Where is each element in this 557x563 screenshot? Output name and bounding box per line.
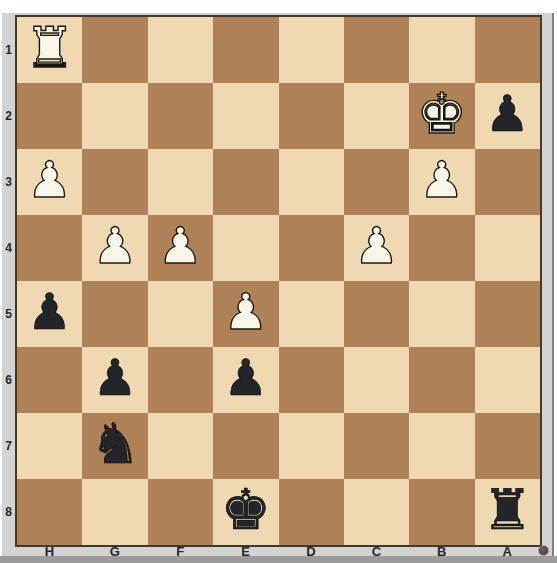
square-g6[interactable]: ♟ — [82, 347, 147, 413]
file-label-c: C — [344, 545, 409, 557]
file-label-e: E — [213, 545, 278, 557]
square-f3[interactable] — [148, 149, 213, 215]
square-d2[interactable] — [279, 83, 344, 149]
square-e4[interactable] — [213, 215, 278, 281]
square-f7[interactable] — [148, 413, 213, 479]
file-label-b: B — [409, 545, 474, 557]
rank-label-4: 4 — [2, 215, 15, 281]
square-e1[interactable] — [213, 17, 278, 83]
square-h1[interactable]: ♜ — [17, 17, 82, 83]
chess-board: ♜♚♟♟♟♟♟♟♟♟♟♟♞♚♜ — [15, 15, 542, 547]
frame-bottom-shadow — [0, 556, 557, 563]
square-e2[interactable] — [213, 83, 278, 149]
square-d5[interactable] — [279, 281, 344, 347]
black-pawn-a2: ♟ — [485, 89, 530, 139]
square-b4[interactable] — [409, 215, 474, 281]
square-h3[interactable]: ♟ — [17, 149, 82, 215]
square-g3[interactable] — [82, 149, 147, 215]
square-e7[interactable] — [213, 413, 278, 479]
rank-label-2: 2 — [2, 83, 15, 149]
square-b5[interactable] — [409, 281, 474, 347]
file-label-d: D — [279, 545, 344, 557]
square-c5[interactable] — [344, 281, 409, 347]
square-f6[interactable] — [148, 347, 213, 413]
square-a4[interactable] — [475, 215, 540, 281]
black-pawn-e6: ♟ — [223, 353, 268, 403]
square-b8[interactable] — [409, 479, 474, 545]
square-a7[interactable] — [475, 413, 540, 479]
square-d7[interactable] — [279, 413, 344, 479]
square-a5[interactable] — [475, 281, 540, 347]
square-c6[interactable] — [344, 347, 409, 413]
square-a6[interactable] — [475, 347, 540, 413]
square-a8[interactable]: ♜ — [475, 479, 540, 545]
square-h7[interactable] — [17, 413, 82, 479]
square-f8[interactable] — [148, 479, 213, 545]
file-label-f: F — [148, 545, 213, 557]
rank-label-5: 5 — [2, 281, 15, 347]
rank-label-1: 1 — [2, 17, 15, 83]
square-g4[interactable]: ♟ — [82, 215, 147, 281]
square-f5[interactable] — [148, 281, 213, 347]
square-f1[interactable] — [148, 17, 213, 83]
square-h2[interactable] — [17, 83, 82, 149]
square-g5[interactable] — [82, 281, 147, 347]
white-rook-h1: ♜ — [25, 20, 75, 76]
square-c4[interactable]: ♟ — [344, 215, 409, 281]
square-c8[interactable] — [344, 479, 409, 545]
square-d6[interactable] — [279, 347, 344, 413]
square-a3[interactable] — [475, 149, 540, 215]
white-pawn-g4: ♟ — [93, 221, 138, 271]
square-d8[interactable] — [279, 479, 344, 545]
black-king-e8: ♚ — [221, 482, 271, 538]
square-d1[interactable] — [279, 17, 344, 83]
square-g8[interactable] — [82, 479, 147, 545]
corner-dot-icon — [538, 545, 549, 556]
rank-label-3: 3 — [2, 149, 15, 215]
white-pawn-c4: ♟ — [354, 221, 399, 271]
black-pawn-g6: ♟ — [93, 353, 138, 403]
white-pawn-h3: ♟ — [27, 155, 72, 205]
square-d4[interactable] — [279, 215, 344, 281]
square-g1[interactable] — [82, 17, 147, 83]
file-label-h: H — [17, 545, 82, 557]
chess-diagram: ♜♚♟♟♟♟♟♟♟♟♟♟♞♚♜ 12345678 HGFEDCBA — [0, 0, 557, 563]
rank-label-8: 8 — [2, 479, 15, 545]
square-b1[interactable] — [409, 17, 474, 83]
square-h8[interactable] — [17, 479, 82, 545]
square-c2[interactable] — [344, 83, 409, 149]
white-king-b2: ♚ — [417, 86, 467, 142]
black-pawn-h5: ♟ — [27, 287, 72, 337]
square-a2[interactable]: ♟ — [475, 83, 540, 149]
square-d3[interactable] — [279, 149, 344, 215]
square-b3[interactable]: ♟ — [409, 149, 474, 215]
square-g7[interactable]: ♞ — [82, 413, 147, 479]
file-label-a: A — [475, 545, 540, 557]
square-h5[interactable]: ♟ — [17, 281, 82, 347]
square-c1[interactable] — [344, 17, 409, 83]
file-label-g: G — [82, 545, 147, 557]
rank-label-6: 6 — [2, 347, 15, 413]
square-e8[interactable]: ♚ — [213, 479, 278, 545]
square-h4[interactable] — [17, 215, 82, 281]
square-b7[interactable] — [409, 413, 474, 479]
black-knight-g7: ♞ — [90, 416, 140, 472]
square-c3[interactable] — [344, 149, 409, 215]
square-a1[interactable] — [475, 17, 540, 83]
square-b6[interactable] — [409, 347, 474, 413]
square-e3[interactable] — [213, 149, 278, 215]
white-pawn-f4: ♟ — [158, 221, 203, 271]
rank-label-7: 7 — [2, 413, 15, 479]
square-e5[interactable]: ♟ — [213, 281, 278, 347]
square-f2[interactable] — [148, 83, 213, 149]
white-pawn-e5: ♟ — [223, 287, 268, 337]
white-pawn-b3: ♟ — [420, 155, 465, 205]
square-h6[interactable] — [17, 347, 82, 413]
square-e6[interactable]: ♟ — [213, 347, 278, 413]
square-c7[interactable] — [344, 413, 409, 479]
square-g2[interactable] — [82, 83, 147, 149]
black-rook-a8: ♜ — [482, 482, 532, 538]
square-f4[interactable]: ♟ — [148, 215, 213, 281]
square-b2[interactable]: ♚ — [409, 83, 474, 149]
